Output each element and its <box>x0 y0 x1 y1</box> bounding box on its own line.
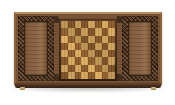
square-g8[interactable] <box>102 21 109 28</box>
square-c8[interactable] <box>75 21 82 28</box>
square-c2[interactable] <box>75 65 82 72</box>
square-a8[interactable] <box>61 21 68 28</box>
square-e5[interactable] <box>88 43 95 50</box>
product-photo <box>0 0 175 105</box>
square-a5[interactable] <box>61 43 68 50</box>
square-f5[interactable] <box>95 43 102 50</box>
square-g3[interactable] <box>102 57 109 64</box>
square-c6[interactable] <box>75 36 82 43</box>
square-b4[interactable] <box>68 50 75 57</box>
square-h3[interactable] <box>108 57 115 64</box>
brass-foot-left <box>20 87 25 90</box>
brass-foot-right <box>151 87 156 90</box>
case-lid-top-face <box>14 12 162 85</box>
square-h2[interactable] <box>108 65 115 72</box>
square-h7[interactable] <box>108 28 115 35</box>
square-a7[interactable] <box>61 28 68 35</box>
square-f6[interactable] <box>95 36 102 43</box>
left-panel-center-wood <box>24 21 48 76</box>
square-b7[interactable] <box>68 28 75 35</box>
right-carved-panel-border <box>122 16 158 81</box>
square-e3[interactable] <box>88 57 95 64</box>
square-c3[interactable] <box>75 57 82 64</box>
square-a4[interactable] <box>61 50 68 57</box>
square-c1[interactable] <box>75 72 82 79</box>
chessboard-column <box>59 15 117 82</box>
square-g6[interactable] <box>102 36 109 43</box>
square-a6[interactable] <box>61 36 68 43</box>
square-g4[interactable] <box>102 50 109 57</box>
square-h6[interactable] <box>108 36 115 43</box>
square-f4[interactable] <box>95 50 102 57</box>
square-e2[interactable] <box>88 65 95 72</box>
left-divider-strip <box>54 16 59 81</box>
square-g5[interactable] <box>102 43 109 50</box>
square-a3[interactable] <box>61 57 68 64</box>
square-d3[interactable] <box>81 57 88 64</box>
square-f1[interactable] <box>95 72 102 79</box>
square-c4[interactable] <box>75 50 82 57</box>
square-f8[interactable] <box>95 21 102 28</box>
square-e8[interactable] <box>88 21 95 28</box>
square-h8[interactable] <box>108 21 115 28</box>
square-a1[interactable] <box>61 72 68 79</box>
square-d1[interactable] <box>81 72 88 79</box>
square-e1[interactable] <box>88 72 95 79</box>
right-panel-center-wood <box>128 21 152 76</box>
left-carved-panel-border <box>18 16 54 81</box>
square-d8[interactable] <box>81 21 88 28</box>
square-h5[interactable] <box>108 43 115 50</box>
square-f3[interactable] <box>95 57 102 64</box>
square-b6[interactable] <box>68 36 75 43</box>
square-d2[interactable] <box>81 65 88 72</box>
square-e4[interactable] <box>88 50 95 57</box>
square-a2[interactable] <box>61 65 68 72</box>
chessboard <box>61 21 115 79</box>
square-h4[interactable] <box>108 50 115 57</box>
square-e7[interactable] <box>88 28 95 35</box>
square-b1[interactable] <box>68 72 75 79</box>
square-d7[interactable] <box>81 28 88 35</box>
right-divider-strip <box>117 16 122 81</box>
chessboard-frame <box>59 19 117 81</box>
square-c5[interactable] <box>75 43 82 50</box>
square-g7[interactable] <box>102 28 109 35</box>
square-b8[interactable] <box>68 21 75 28</box>
square-e6[interactable] <box>88 36 95 43</box>
square-b2[interactable] <box>68 65 75 72</box>
square-d4[interactable] <box>81 50 88 57</box>
square-d6[interactable] <box>81 36 88 43</box>
square-f2[interactable] <box>95 65 102 72</box>
square-b5[interactable] <box>68 43 75 50</box>
square-c7[interactable] <box>75 28 82 35</box>
square-d5[interactable] <box>81 43 88 50</box>
square-b3[interactable] <box>68 57 75 64</box>
square-h1[interactable] <box>108 72 115 79</box>
square-g2[interactable] <box>102 65 109 72</box>
square-f7[interactable] <box>95 28 102 35</box>
square-g1[interactable] <box>102 72 109 79</box>
